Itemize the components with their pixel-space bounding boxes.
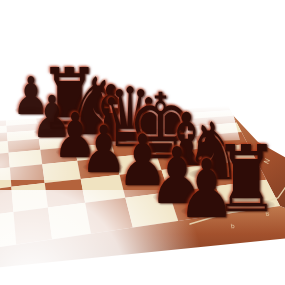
black-pawn-g7[interactable]: ♟: [174, 149, 239, 230]
chess-photo-scene: Wooden tournament chess set photo — dark…: [0, 0, 285, 285]
